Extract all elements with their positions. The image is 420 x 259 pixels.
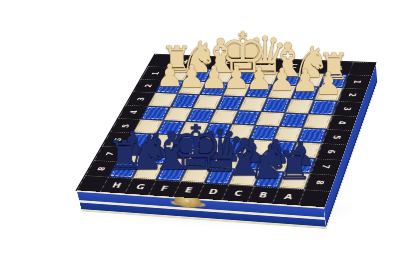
piece-white-pawn-h2[interactable]: ♟ — [156, 60, 184, 91]
square-b4[interactable] — [279, 113, 309, 128]
clasp-knob — [184, 198, 192, 204]
square-c4[interactable] — [255, 111, 285, 126]
piece-white-pawn-a2[interactable]: ♟ — [315, 68, 342, 99]
piece-blue-rook-h8[interactable]: ♜ — [107, 135, 143, 175]
chess-set-photo: HGFEDCBA1122334455667788HGFEDCBA ♜♞♝♛♚♝♞… — [0, 0, 420, 259]
